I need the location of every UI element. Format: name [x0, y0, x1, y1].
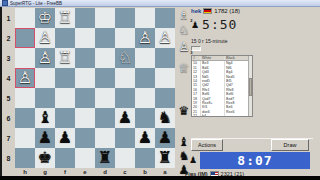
top-player-row: hek 1782 (18) — [191, 7, 240, 15]
file-label-h: h — [15, 168, 35, 176]
white-piece-c3[interactable]: ♘ — [118, 48, 132, 68]
app-icon — [2, 0, 8, 6]
square-d2[interactable] — [95, 28, 115, 48]
rank-label-1: 1 — [2, 8, 15, 28]
square-h7[interactable] — [15, 128, 35, 148]
square-a1[interactable] — [155, 8, 175, 28]
top-player-rating: 1782 (18) — [214, 8, 240, 14]
square-b7[interactable]: ♟ — [135, 128, 155, 148]
black-piece-a7[interactable]: ♟ — [158, 128, 172, 148]
square-d7[interactable] — [95, 128, 115, 148]
square-b1[interactable] — [135, 8, 155, 28]
file-label-b: b — [135, 168, 155, 176]
square-c5[interactable] — [115, 88, 135, 108]
right-panel: ♗2♘♙3♕ ♛♝♞♟3 hek 1782 (18) ♟ 5:50 15 0 r… — [175, 7, 320, 176]
square-e2[interactable] — [75, 28, 95, 48]
rank-label-8: 8 — [2, 148, 15, 168]
actions-button[interactable]: Actions — [191, 139, 223, 151]
move-list-table[interactable]: #WhiteBlack10Be3Ng411Bd4Nf612Qd3Bg413Nd5… — [191, 55, 253, 117]
square-a5[interactable] — [155, 88, 175, 108]
square-e6[interactable] — [75, 108, 95, 128]
square-b3[interactable] — [135, 48, 155, 68]
bottom-player-clock-active: 8:07 — [200, 152, 310, 169]
square-g7[interactable]: ♟ — [35, 128, 55, 148]
move-list-scrollbar[interactable] — [248, 56, 252, 116]
square-c1[interactable] — [115, 8, 135, 28]
rank-label-7: 7 — [2, 128, 15, 148]
captured-bB-icon: ♗2 — [176, 8, 192, 23]
file-label-f: f — [55, 168, 75, 176]
game-info-text: 15 0 r 15-minute — [191, 38, 227, 44]
square-a2[interactable]: ♙ — [155, 28, 175, 48]
square-h8[interactable] — [15, 148, 35, 168]
rank-label-3: 3 — [2, 48, 15, 68]
square-b5[interactable] — [135, 88, 155, 108]
square-b4[interactable] — [135, 68, 155, 88]
square-e5[interactable] — [75, 88, 95, 108]
square-d4[interactable] — [95, 68, 115, 88]
file-label-e: e — [75, 168, 95, 176]
bottom-clock-time: 8:07 — [237, 153, 272, 168]
square-e1[interactable] — [75, 8, 95, 28]
germany-flag-icon — [203, 8, 212, 14]
square-e3[interactable] — [75, 48, 95, 68]
square-h5[interactable] — [15, 88, 35, 108]
captured-bP-icon: ♙3 — [176, 40, 192, 55]
square-g1[interactable]: ♔ — [35, 8, 55, 28]
square-d1[interactable] — [95, 8, 115, 28]
file-label-d: d — [95, 168, 115, 176]
white-piece-g1[interactable]: ♔ — [38, 8, 52, 28]
square-g3[interactable]: ♙ — [35, 48, 55, 68]
square-f1[interactable]: ♖ — [55, 8, 75, 28]
file-label-a: a — [155, 168, 175, 176]
top-player-clock: ♟ 5:50 — [191, 17, 237, 32]
square-b2[interactable]: ♙ — [135, 28, 155, 48]
square-f4[interactable] — [55, 68, 75, 88]
square-g5[interactable] — [35, 88, 55, 108]
black-piece-g7[interactable]: ♟ — [38, 128, 52, 148]
file-label-g: g — [35, 168, 55, 176]
square-d8[interactable]: ♜ — [95, 148, 115, 168]
lag-indicator — [191, 46, 201, 51]
square-a4[interactable] — [155, 68, 175, 88]
square-h3[interactable] — [15, 48, 35, 68]
square-b8[interactable] — [135, 148, 155, 168]
chess-board-area: 12345678 ♔♖♙♙♙♙♖♘♙♝♟♞♟♟♟♟♚♜♜ hgfedcba — [2, 7, 175, 176]
square-a6[interactable]: ♞ — [155, 108, 175, 128]
square-g2[interactable]: ♙ — [35, 28, 55, 48]
black-piece-g8[interactable]: ♚ — [38, 148, 52, 168]
white-piece-h4[interactable]: ♙ — [18, 68, 32, 88]
square-d6[interactable] — [95, 108, 115, 128]
app-window: SuperRTG - Lite - FreeBB 12345678 ♔♖♙♙♙♙… — [0, 0, 320, 180]
pawn-icon: ♟ — [189, 155, 197, 165]
square-a8[interactable]: ♜ — [155, 148, 175, 168]
white-piece-b2[interactable]: ♙ — [138, 28, 152, 48]
square-f3[interactable]: ♖ — [55, 48, 75, 68]
square-h4[interactable]: ♙ — [15, 68, 35, 88]
black-piece-a6[interactable]: ♞ — [158, 108, 172, 128]
square-c2[interactable] — [115, 28, 135, 48]
rank-label-2: 2 — [2, 28, 15, 48]
black-piece-b7[interactable]: ♟ — [138, 128, 152, 148]
rank-label-5: 5 — [2, 88, 15, 108]
square-e8[interactable] — [75, 148, 95, 168]
square-f8[interactable] — [55, 148, 75, 168]
white-piece-f1[interactable]: ♖ — [58, 8, 72, 28]
square-e7[interactable] — [75, 128, 95, 148]
white-piece-g3[interactable]: ♙ — [38, 48, 52, 68]
rank-label-4: 4 — [2, 68, 15, 88]
black-piece-a8[interactable]: ♜ — [158, 148, 172, 168]
square-f6[interactable] — [55, 108, 75, 128]
square-d5[interactable] — [95, 88, 115, 108]
square-h6[interactable] — [15, 108, 35, 128]
square-g8[interactable]: ♚ — [35, 148, 55, 168]
square-a7[interactable]: ♟ — [155, 128, 175, 148]
chess-board[interactable]: ♔♖♙♙♙♙♖♘♙♝♟♞♟♟♟♟♚♜♜ — [15, 8, 175, 168]
square-b6[interactable] — [135, 108, 155, 128]
rank-label-6: 6 — [2, 108, 15, 128]
file-label-c: c — [115, 168, 135, 176]
white-piece-a2[interactable]: ♙ — [158, 28, 172, 48]
square-g4[interactable] — [35, 68, 55, 88]
square-c6[interactable]: ♟ — [115, 108, 135, 128]
move-list-body: #WhiteBlack10Be3Ng411Bd4Nf612Qd3Bg413Nd5… — [192, 56, 252, 117]
square-a3[interactable] — [155, 48, 175, 68]
top-player-name[interactable]: hek — [191, 8, 201, 14]
square-e4[interactable] — [75, 68, 95, 88]
square-f7[interactable]: ♟ — [55, 128, 75, 148]
square-c4[interactable] — [115, 68, 135, 88]
move-row-22[interactable]: 22h4 — [192, 114, 252, 117]
captured-bQ-icon: ♛ — [176, 104, 192, 119]
captured-bN-icon: ♘ — [176, 23, 192, 38]
square-f5[interactable] — [55, 88, 75, 108]
title-bar[interactable]: SuperRTG - Lite - FreeBB — [0, 0, 320, 7]
top-clock-time: 5:50 — [202, 17, 237, 32]
square-g6[interactable]: ♝ — [35, 108, 55, 128]
pawn-icon: ♟ — [191, 20, 199, 30]
white-piece-f3[interactable]: ♖ — [58, 48, 72, 68]
square-d3[interactable] — [95, 48, 115, 68]
captured-bB-icon: ♝ — [176, 135, 192, 150]
square-c3[interactable]: ♘ — [115, 48, 135, 68]
black-piece-g6[interactable]: ♝ — [38, 108, 52, 128]
bottom-clock-pawn: ♟ — [189, 155, 200, 165]
square-h1[interactable] — [15, 8, 35, 28]
draw-button[interactable]: Draw — [271, 139, 309, 151]
black-piece-c6[interactable]: ♟ — [118, 108, 132, 128]
square-c7[interactable] — [115, 128, 135, 148]
square-c8[interactable] — [115, 148, 135, 168]
scrollbar-thumb[interactable] — [249, 78, 252, 96]
white-piece-g2[interactable]: ♙ — [38, 28, 52, 48]
captured-bQ-icon: ♕ — [176, 61, 192, 76]
black-piece-f7[interactable]: ♟ — [58, 128, 72, 148]
square-f2[interactable] — [55, 28, 75, 48]
window-title: SuperRTG - Lite - FreeBB — [10, 0, 62, 5]
bottom-black-strip — [0, 176, 320, 180]
black-piece-d8[interactable]: ♜ — [98, 148, 112, 168]
square-h2[interactable] — [15, 28, 35, 48]
